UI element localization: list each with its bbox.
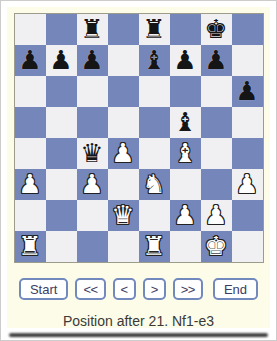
square-g4 bbox=[201, 138, 232, 169]
white-pawn-c3: ♟ bbox=[80, 169, 103, 200]
square-h6: ♟ bbox=[232, 76, 263, 107]
white-pawn-f2: ♟ bbox=[173, 200, 196, 231]
square-g6 bbox=[201, 76, 232, 107]
position-caption: Position after 21. Nf1-e3 bbox=[7, 313, 270, 329]
white-pawn-g2: ♟ bbox=[204, 200, 227, 231]
square-f4: ♝ bbox=[170, 138, 201, 169]
white-rook-e1: ♜ bbox=[142, 231, 165, 262]
square-a7: ♟ bbox=[15, 45, 46, 76]
step-back-button[interactable]: < bbox=[113, 278, 136, 300]
fast-forward-button[interactable]: >> bbox=[173, 278, 203, 300]
square-a8 bbox=[15, 14, 46, 45]
square-c8: ♜ bbox=[77, 14, 108, 45]
black-pawn-c7: ♟ bbox=[80, 45, 103, 76]
frame-shadow bbox=[9, 333, 268, 337]
black-pawn-f7: ♟ bbox=[173, 45, 196, 76]
square-a4 bbox=[15, 138, 46, 169]
square-f7: ♟ bbox=[170, 45, 201, 76]
square-b8 bbox=[46, 14, 77, 45]
black-pawn-h6: ♟ bbox=[235, 76, 258, 107]
square-e2 bbox=[139, 200, 170, 231]
black-bishop-e7: ♝ bbox=[142, 45, 165, 76]
white-bishop-f4: ♝ bbox=[173, 138, 196, 169]
square-h1 bbox=[232, 231, 263, 262]
square-d7 bbox=[108, 45, 139, 76]
square-f3 bbox=[170, 169, 201, 200]
square-e6 bbox=[139, 76, 170, 107]
square-f8 bbox=[170, 14, 201, 45]
black-rook-e8: ♜ bbox=[142, 14, 165, 45]
square-d5 bbox=[108, 107, 139, 138]
square-h8 bbox=[232, 14, 263, 45]
square-h3: ♟ bbox=[232, 169, 263, 200]
navigation-controls: Start << < > >> End bbox=[7, 278, 270, 300]
square-c6 bbox=[77, 76, 108, 107]
white-rook-a1: ♜ bbox=[18, 231, 41, 262]
square-g8: ♚ bbox=[201, 14, 232, 45]
square-b6 bbox=[46, 76, 77, 107]
square-g7: ♟ bbox=[201, 45, 232, 76]
black-rook-c8: ♜ bbox=[80, 14, 103, 45]
white-pawn-a3: ♟ bbox=[18, 169, 41, 200]
square-g3 bbox=[201, 169, 232, 200]
square-e4 bbox=[139, 138, 170, 169]
square-d8 bbox=[108, 14, 139, 45]
square-c7: ♟ bbox=[77, 45, 108, 76]
square-h5 bbox=[232, 107, 263, 138]
square-b3 bbox=[46, 169, 77, 200]
end-button[interactable]: End bbox=[213, 278, 258, 300]
square-e1: ♜ bbox=[139, 231, 170, 262]
square-b2 bbox=[46, 200, 77, 231]
square-a6 bbox=[15, 76, 46, 107]
square-h2 bbox=[232, 200, 263, 231]
square-f5: ♝ bbox=[170, 107, 201, 138]
viewer-content: ♜♜♚♟♟♟♝♟♟♟♝♛♟♝♟♟♞♟♛♟♟♜♜♚ Start << < > >>… bbox=[7, 7, 270, 328]
square-g1: ♚ bbox=[201, 231, 232, 262]
square-g5 bbox=[201, 107, 232, 138]
white-queen-d2: ♛ bbox=[111, 200, 134, 231]
square-f6 bbox=[170, 76, 201, 107]
square-d3 bbox=[108, 169, 139, 200]
square-a5 bbox=[15, 107, 46, 138]
square-c5 bbox=[77, 107, 108, 138]
screenshot-frame: ♜♜♚♟♟♟♝♟♟♟♝♛♟♝♟♟♞♟♛♟♟♜♜♚ Start << < > >>… bbox=[0, 0, 277, 341]
white-knight-e3: ♞ bbox=[142, 169, 165, 200]
black-pawn-b7: ♟ bbox=[49, 45, 72, 76]
square-d1 bbox=[108, 231, 139, 262]
black-bishop-f5: ♝ bbox=[173, 107, 196, 138]
square-d4: ♟ bbox=[108, 138, 139, 169]
square-c2 bbox=[77, 200, 108, 231]
square-e7: ♝ bbox=[139, 45, 170, 76]
square-h7 bbox=[232, 45, 263, 76]
square-a2 bbox=[15, 200, 46, 231]
square-c3: ♟ bbox=[77, 169, 108, 200]
square-f2: ♟ bbox=[170, 200, 201, 231]
square-e5 bbox=[139, 107, 170, 138]
square-a1: ♜ bbox=[15, 231, 46, 262]
square-h4 bbox=[232, 138, 263, 169]
white-king-g1: ♚ bbox=[204, 231, 227, 262]
white-pawn-h3: ♟ bbox=[235, 169, 258, 200]
square-b1 bbox=[46, 231, 77, 262]
square-d6 bbox=[108, 76, 139, 107]
square-b5 bbox=[46, 107, 77, 138]
square-f1 bbox=[170, 231, 201, 262]
white-pawn-d4: ♟ bbox=[111, 138, 134, 169]
square-e8: ♜ bbox=[139, 14, 170, 45]
step-forward-button[interactable]: > bbox=[143, 278, 166, 300]
start-button[interactable]: Start bbox=[19, 278, 68, 300]
chess-board: ♜♜♚♟♟♟♝♟♟♟♝♛♟♝♟♟♞♟♛♟♟♜♜♚ bbox=[14, 13, 264, 263]
square-c4: ♛ bbox=[77, 138, 108, 169]
square-b7: ♟ bbox=[46, 45, 77, 76]
black-pawn-g7: ♟ bbox=[204, 45, 227, 76]
square-d2: ♛ bbox=[108, 200, 139, 231]
square-a3: ♟ bbox=[15, 169, 46, 200]
square-c1 bbox=[77, 231, 108, 262]
black-pawn-a7: ♟ bbox=[18, 45, 41, 76]
black-queen-c4: ♛ bbox=[80, 138, 103, 169]
square-b4 bbox=[46, 138, 77, 169]
square-e3: ♞ bbox=[139, 169, 170, 200]
square-g2: ♟ bbox=[201, 200, 232, 231]
fast-rewind-button[interactable]: << bbox=[75, 278, 105, 300]
black-king-g8: ♚ bbox=[204, 14, 227, 45]
